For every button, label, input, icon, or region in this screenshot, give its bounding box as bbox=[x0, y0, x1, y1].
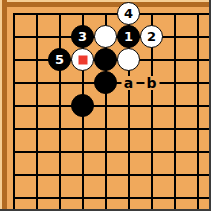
board-intersection bbox=[186, 117, 209, 140]
board-intersection bbox=[163, 117, 186, 140]
grid-line-v bbox=[174, 94, 176, 117]
grid-line-v bbox=[13, 71, 15, 94]
board-intersection bbox=[186, 140, 209, 163]
board-intersection bbox=[117, 48, 140, 71]
grid-line-v bbox=[197, 186, 199, 209]
grid-line-v bbox=[82, 186, 84, 209]
white-stone: 4 bbox=[117, 2, 140, 25]
board-intersection bbox=[140, 117, 163, 140]
grid-line-v bbox=[59, 13, 61, 26]
grid-line-v bbox=[128, 140, 130, 163]
grid-line-v bbox=[59, 25, 61, 48]
point-letter-label: a bbox=[121, 76, 136, 90]
board-crop-edge-bottom bbox=[0, 209, 211, 211]
white-stone bbox=[94, 25, 117, 48]
board-intersection bbox=[117, 117, 140, 140]
board-intersection: 4 bbox=[117, 2, 140, 25]
grid-line-v bbox=[13, 163, 15, 186]
board-intersection bbox=[94, 25, 117, 48]
grid-line-v bbox=[105, 186, 107, 209]
board-intersection bbox=[163, 94, 186, 117]
grid-line-v bbox=[13, 48, 15, 71]
board-intersection bbox=[117, 163, 140, 186]
board-intersection bbox=[186, 163, 209, 186]
board-intersection bbox=[94, 71, 117, 94]
board-intersection bbox=[48, 186, 71, 209]
board-intersection: 5 bbox=[48, 48, 71, 71]
black-stone: 3 bbox=[71, 25, 94, 48]
board-intersection bbox=[71, 186, 94, 209]
point-letter-label: b bbox=[144, 76, 159, 90]
board-intersection bbox=[71, 140, 94, 163]
white-stone bbox=[117, 48, 140, 71]
grid-line-v bbox=[151, 13, 153, 26]
grid-line-v bbox=[36, 163, 38, 186]
move-number-label: 2 bbox=[147, 30, 156, 43]
grid-line-v bbox=[128, 117, 130, 140]
board-intersection bbox=[186, 25, 209, 48]
point-letter-text: b bbox=[146, 76, 156, 90]
board-intersection bbox=[140, 94, 163, 117]
grid-line-v bbox=[82, 13, 84, 26]
board-crop-edge-right bbox=[209, 0, 211, 211]
board-intersection bbox=[48, 71, 71, 94]
grid-line-v bbox=[128, 163, 130, 186]
board-intersection bbox=[2, 140, 25, 163]
grid-line-v bbox=[82, 140, 84, 163]
move-number-label: 3 bbox=[78, 30, 87, 43]
board-intersection bbox=[2, 2, 25, 25]
board-intersection bbox=[2, 117, 25, 140]
grid-line-v bbox=[174, 13, 176, 26]
board-intersection bbox=[163, 71, 186, 94]
board-intersection bbox=[94, 48, 117, 71]
grid-line-v bbox=[128, 186, 130, 209]
board-intersection bbox=[94, 2, 117, 25]
board-intersection bbox=[117, 186, 140, 209]
board-intersection bbox=[25, 2, 48, 25]
board-intersection bbox=[94, 117, 117, 140]
board-intersection bbox=[186, 48, 209, 71]
grid-line-v bbox=[13, 140, 15, 163]
board-intersection bbox=[48, 117, 71, 140]
board-intersection bbox=[25, 186, 48, 209]
grid-line-v bbox=[36, 140, 38, 163]
board-intersection bbox=[2, 163, 25, 186]
grid-line-v bbox=[151, 94, 153, 117]
board-intersection bbox=[140, 186, 163, 209]
grid-line-v bbox=[59, 117, 61, 140]
board-intersection bbox=[163, 163, 186, 186]
grid-line-v bbox=[36, 94, 38, 117]
board-intersection bbox=[2, 186, 25, 209]
board-intersection bbox=[140, 140, 163, 163]
grid-line-v bbox=[197, 140, 199, 163]
grid-line-v bbox=[174, 117, 176, 140]
board-intersection bbox=[186, 94, 209, 117]
grid-line-v bbox=[151, 163, 153, 186]
grid-line-v bbox=[197, 71, 199, 94]
board-intersection bbox=[71, 2, 94, 25]
grid-line-v bbox=[105, 94, 107, 117]
board-intersection bbox=[48, 94, 71, 117]
grid-line-v bbox=[36, 25, 38, 48]
board-intersection bbox=[48, 25, 71, 48]
grid-line-v bbox=[174, 48, 176, 71]
board-intersection bbox=[48, 163, 71, 186]
grid-line-v bbox=[13, 25, 15, 48]
grid-line-v bbox=[197, 25, 199, 48]
go-board-grid: 43125ab bbox=[2, 2, 209, 209]
grid-line-v bbox=[59, 163, 61, 186]
move-number-label: 5 bbox=[55, 53, 64, 66]
go-board-diagram: 43125ab bbox=[0, 0, 211, 211]
board-intersection bbox=[163, 2, 186, 25]
board-intersection bbox=[25, 117, 48, 140]
board-intersection bbox=[25, 94, 48, 117]
board-intersection bbox=[71, 163, 94, 186]
grid-line-v bbox=[36, 186, 38, 209]
grid-line-v bbox=[13, 13, 15, 26]
board-intersection bbox=[186, 186, 209, 209]
grid-line-v bbox=[174, 25, 176, 48]
board-intersection bbox=[48, 2, 71, 25]
board-intersection bbox=[25, 25, 48, 48]
board-intersection bbox=[25, 140, 48, 163]
grid-line-v bbox=[151, 117, 153, 140]
grid-line-v bbox=[36, 13, 38, 26]
board-intersection: 3 bbox=[71, 25, 94, 48]
grid-line-v bbox=[82, 117, 84, 140]
grid-line-v bbox=[82, 71, 84, 94]
board-intersection bbox=[117, 94, 140, 117]
grid-line-v bbox=[59, 140, 61, 163]
board-intersection: a bbox=[117, 71, 140, 94]
grid-line-v bbox=[13, 186, 15, 209]
board-intersection bbox=[94, 186, 117, 209]
grid-line-v bbox=[105, 117, 107, 140]
board-intersection bbox=[186, 2, 209, 25]
grid-line-v bbox=[59, 186, 61, 209]
grid-line-v bbox=[105, 163, 107, 186]
board-intersection bbox=[71, 94, 94, 117]
board-intersection bbox=[25, 163, 48, 186]
board-intersection bbox=[140, 2, 163, 25]
grid-line-v bbox=[174, 163, 176, 186]
move-number-label: 4 bbox=[124, 7, 133, 20]
grid-line-v bbox=[128, 94, 130, 117]
board-intersection bbox=[71, 71, 94, 94]
board-intersection bbox=[94, 94, 117, 117]
grid-line-v bbox=[36, 117, 38, 140]
board-intersection bbox=[117, 140, 140, 163]
board-intersection bbox=[186, 71, 209, 94]
board-intersection bbox=[2, 48, 25, 71]
black-stone: 1 bbox=[117, 25, 140, 48]
grid-line-v bbox=[59, 71, 61, 94]
grid-line-v bbox=[197, 163, 199, 186]
board-intersection bbox=[2, 25, 25, 48]
board-intersection bbox=[2, 94, 25, 117]
grid-line-v bbox=[174, 186, 176, 209]
board-intersection bbox=[48, 140, 71, 163]
board-intersection bbox=[94, 140, 117, 163]
board-intersection bbox=[163, 186, 186, 209]
white-stone-marked bbox=[71, 48, 94, 71]
board-intersection: 2 bbox=[140, 25, 163, 48]
point-letter-text: a bbox=[124, 76, 133, 90]
grid-line-v bbox=[36, 71, 38, 94]
black-stone: 5 bbox=[48, 48, 71, 71]
grid-line-v bbox=[197, 48, 199, 71]
move-number-label: 1 bbox=[124, 30, 133, 43]
board-intersection bbox=[25, 48, 48, 71]
grid-line-v bbox=[82, 163, 84, 186]
grid-line-v bbox=[105, 13, 107, 26]
grid-line-v bbox=[174, 140, 176, 163]
white-stone: 2 bbox=[140, 25, 163, 48]
board-intersection bbox=[163, 140, 186, 163]
board-intersection bbox=[140, 48, 163, 71]
board-intersection bbox=[163, 48, 186, 71]
board-intersection bbox=[140, 163, 163, 186]
red-square-mark-icon bbox=[78, 55, 87, 64]
board-intersection bbox=[2, 71, 25, 94]
grid-line-v bbox=[151, 140, 153, 163]
grid-line-v bbox=[151, 186, 153, 209]
board-intersection bbox=[94, 163, 117, 186]
grid-line-v bbox=[197, 13, 199, 26]
board-intersection bbox=[71, 117, 94, 140]
grid-line-v bbox=[13, 94, 15, 117]
grid-line-v bbox=[59, 94, 61, 117]
grid-line-v bbox=[36, 48, 38, 71]
grid-line-v bbox=[13, 117, 15, 140]
black-stone bbox=[94, 48, 117, 71]
grid-line-v bbox=[174, 71, 176, 94]
board-intersection: 1 bbox=[117, 25, 140, 48]
board-intersection: b bbox=[140, 71, 163, 94]
grid-line-v bbox=[105, 140, 107, 163]
grid-line-v bbox=[151, 48, 153, 71]
board-intersection bbox=[163, 25, 186, 48]
black-stone bbox=[71, 94, 94, 117]
black-stone bbox=[94, 71, 117, 94]
grid-line-v bbox=[197, 94, 199, 117]
board-intersection bbox=[71, 48, 94, 71]
board-intersection bbox=[25, 71, 48, 94]
grid-line-v bbox=[197, 117, 199, 140]
